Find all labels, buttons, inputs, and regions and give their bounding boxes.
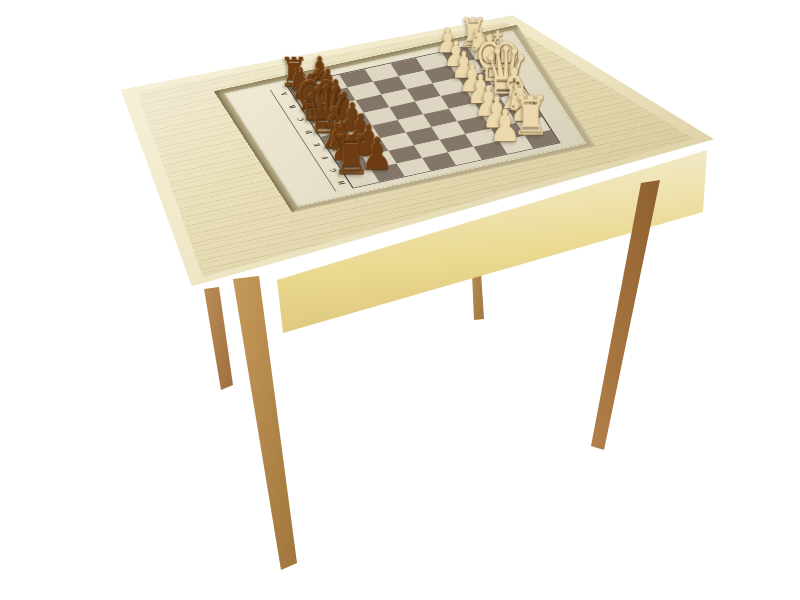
chess-table-photo: ABCDEFGH ♜♟♟♜♞♟♟♞♝♟♟♝♚♟♟♚♛♟♟♛♝♟♟♝♞♟♟♞♜♟♟… [0, 0, 800, 600]
table-leg-back-left [198, 282, 243, 397]
